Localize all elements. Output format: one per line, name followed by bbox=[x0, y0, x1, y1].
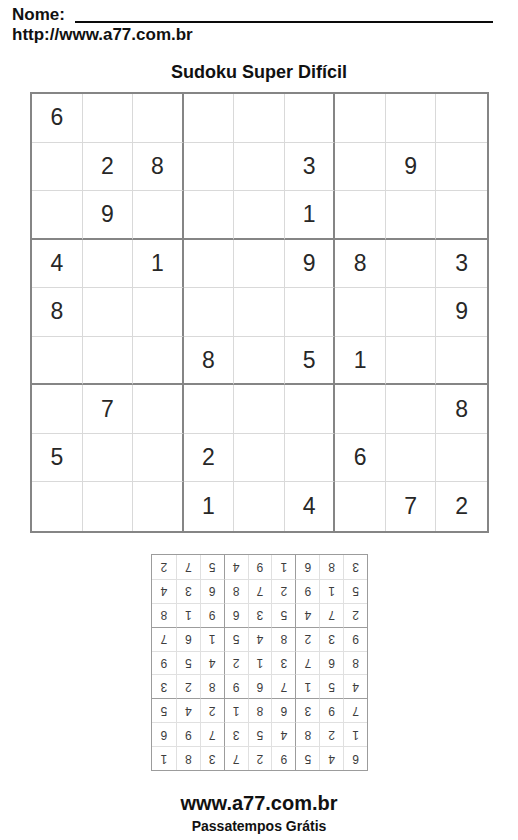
solution-grid-cell-r7c5: 3 bbox=[247, 603, 271, 627]
main-grid-cell-r9c9: 2 bbox=[436, 482, 487, 531]
solution-grid-cell-r1c3: 5 bbox=[295, 746, 319, 770]
main-grid-cell-r5c3 bbox=[133, 288, 184, 337]
solution-grid-cell-r3c5: 8 bbox=[247, 698, 271, 722]
main-grid-cell-r8c3 bbox=[133, 434, 184, 483]
solution-grid-cell-r2c2: 2 bbox=[319, 722, 343, 746]
solution-grid-cell-r8c8: 3 bbox=[175, 579, 199, 603]
solution-grid-cell-r5c7: 4 bbox=[199, 651, 223, 675]
solution-grid-cell-r1c4: 9 bbox=[271, 746, 295, 770]
solution-grid-cell-r9c2: 8 bbox=[319, 555, 343, 579]
solution-grid-cell-r4c6: 9 bbox=[223, 674, 247, 698]
main-grid-cell-r3c8 bbox=[386, 191, 437, 240]
main-grid-cell-r1c2 bbox=[83, 94, 134, 143]
solution-grid-cell-r9c9: 2 bbox=[152, 555, 176, 579]
solution-grid-cell-r4c3: 1 bbox=[295, 674, 319, 698]
main-grid-cell-r5c9: 9 bbox=[436, 288, 487, 337]
main-grid-cell-r8c1: 5 bbox=[32, 434, 83, 483]
solution-grid-cell-r5c5: 1 bbox=[247, 651, 271, 675]
main-grid-cell-r4c3: 1 bbox=[133, 240, 184, 289]
solution-grid-cell-r4c7: 8 bbox=[199, 674, 223, 698]
main-grid-cell-r9c7 bbox=[335, 482, 386, 531]
main-grid-cell-r1c4 bbox=[184, 94, 235, 143]
solution-grid-cell-r6c6: 5 bbox=[223, 627, 247, 651]
solution-grid-cell-r9c5: 9 bbox=[247, 555, 271, 579]
main-grid-cell-r1c5 bbox=[234, 94, 285, 143]
solution-grid-cell-r6c1: 9 bbox=[343, 627, 367, 651]
main-grid-cell-r2c8: 9 bbox=[386, 143, 437, 192]
sudoku-solution-grid-upside-down: 6459273811284537967936812454517698238673… bbox=[151, 554, 368, 771]
main-grid-cell-r7c1 bbox=[32, 385, 83, 434]
main-grid-cell-r9c8: 7 bbox=[386, 482, 437, 531]
main-grid-cell-r7c4 bbox=[184, 385, 235, 434]
main-grid-cell-r9c6: 4 bbox=[285, 482, 336, 531]
solution-grid-cell-r1c2: 4 bbox=[319, 746, 343, 770]
solution-grid-cell-r6c2: 3 bbox=[319, 627, 343, 651]
solution-grid-cell-r3c4: 6 bbox=[271, 698, 295, 722]
main-grid-cell-r5c7 bbox=[335, 288, 386, 337]
main-grid-cell-r3c6: 1 bbox=[285, 191, 336, 240]
solution-grid-cell-r4c5: 6 bbox=[247, 674, 271, 698]
solution-grid-cell-r4c2: 5 bbox=[319, 674, 343, 698]
solution-grid-cell-r5c2: 6 bbox=[319, 651, 343, 675]
main-grid-cell-r7c9: 8 bbox=[436, 385, 487, 434]
main-grid-cell-r7c5 bbox=[234, 385, 285, 434]
main-grid-cell-r6c8 bbox=[386, 337, 437, 386]
solution-grid-cell-r5c1: 8 bbox=[343, 651, 367, 675]
main-grid-cell-r8c5 bbox=[234, 434, 285, 483]
main-grid-cell-r8c4: 2 bbox=[184, 434, 235, 483]
solution-grid-cell-r7c6: 6 bbox=[223, 603, 247, 627]
solution-grid-cell-r8c1: 5 bbox=[343, 579, 367, 603]
solution-grid-cell-r1c1: 6 bbox=[343, 746, 367, 770]
solution-grid-cell-r2c9: 6 bbox=[152, 722, 176, 746]
solution-grid-cell-r6c4: 8 bbox=[271, 627, 295, 651]
main-grid-cell-r1c3 bbox=[133, 94, 184, 143]
printable-sudoku-page: Nome: http://www.a77.com.br Sudoku Super… bbox=[0, 0, 518, 840]
main-grid-cell-r7c8 bbox=[386, 385, 437, 434]
solution-grid-cell-r2c1: 1 bbox=[343, 722, 367, 746]
main-grid-cell-r2c6: 3 bbox=[285, 143, 336, 192]
main-grid-cell-r8c2 bbox=[83, 434, 134, 483]
solution-grid-cell-r4c9: 3 bbox=[152, 674, 176, 698]
main-grid-cell-r4c8 bbox=[386, 240, 437, 289]
solution-grid-cell-r9c1: 3 bbox=[343, 555, 367, 579]
main-grid-cell-r9c5 bbox=[234, 482, 285, 531]
main-grid-cell-r5c1: 8 bbox=[32, 288, 83, 337]
main-grid-cell-r4c2 bbox=[83, 240, 134, 289]
main-grid-cell-r2c5 bbox=[234, 143, 285, 192]
main-grid-cell-r7c7 bbox=[335, 385, 386, 434]
main-grid-cell-r9c4: 1 bbox=[184, 482, 235, 531]
solution-grid-cell-r4c4: 7 bbox=[271, 674, 295, 698]
solution-grid-cell-r7c3: 4 bbox=[295, 603, 319, 627]
solution-grid-cell-r5c6: 2 bbox=[223, 651, 247, 675]
solution-grid-cell-r6c9: 7 bbox=[152, 627, 176, 651]
solution-grid-cell-r3c3: 3 bbox=[295, 698, 319, 722]
solution-grid-cell-r7c4: 5 bbox=[271, 603, 295, 627]
solution-grid-cell-r7c7: 9 bbox=[199, 603, 223, 627]
main-grid-cell-r6c3 bbox=[133, 337, 184, 386]
solution-grid-cell-r2c6: 3 bbox=[223, 722, 247, 746]
main-grid-cell-r2c1 bbox=[32, 143, 83, 192]
main-grid-cell-r1c8 bbox=[386, 94, 437, 143]
solution-grid-cell-r5c8: 5 bbox=[175, 651, 199, 675]
main-grid-cell-r2c2: 2 bbox=[83, 143, 134, 192]
solution-grid-cell-r3c7: 2 bbox=[199, 698, 223, 722]
main-grid-cell-r6c6: 5 bbox=[285, 337, 336, 386]
solution-grid-cell-r5c9: 9 bbox=[152, 651, 176, 675]
solution-grid-cell-r8c6: 8 bbox=[223, 579, 247, 603]
main-grid-cell-r6c9 bbox=[436, 337, 487, 386]
solution-grid-cell-r3c9: 5 bbox=[152, 698, 176, 722]
solution-grid-cell-r3c2: 9 bbox=[319, 698, 343, 722]
main-grid-cell-r5c5 bbox=[234, 288, 285, 337]
name-row: Nome: bbox=[0, 0, 518, 24]
main-grid-cell-r9c3 bbox=[133, 482, 184, 531]
solution-grid-cell-r2c8: 9 bbox=[175, 722, 199, 746]
main-grid-cell-r5c2 bbox=[83, 288, 134, 337]
solution-grid-cell-r1c5: 2 bbox=[247, 746, 271, 770]
main-grid-cell-r4c7: 8 bbox=[335, 240, 386, 289]
main-grid-cell-r4c4 bbox=[184, 240, 235, 289]
main-grid-cell-r4c5 bbox=[234, 240, 285, 289]
main-grid-cell-r5c6 bbox=[285, 288, 336, 337]
solution-grid-cell-r9c7: 5 bbox=[199, 555, 223, 579]
sudoku-puzzle-grid: 62839914198389851785261472 bbox=[30, 92, 489, 533]
main-grid-cell-r3c9 bbox=[436, 191, 487, 240]
solution-grid-cell-r9c4: 1 bbox=[271, 555, 295, 579]
solution-grid-cell-r7c9: 8 bbox=[152, 603, 176, 627]
solution-grid-cell-r9c6: 4 bbox=[223, 555, 247, 579]
solution-grid-cell-r1c7: 3 bbox=[199, 746, 223, 770]
main-grid-cell-r3c2: 9 bbox=[83, 191, 134, 240]
solution-grid-cell-r1c8: 8 bbox=[175, 746, 199, 770]
main-grid-cell-r2c3: 8 bbox=[133, 143, 184, 192]
footer-site: www.a77.com.br bbox=[0, 792, 518, 815]
footer: www.a77.com.br Passatempos Grátis bbox=[0, 792, 518, 834]
main-grid-cell-r6c5 bbox=[234, 337, 285, 386]
main-grid-cell-r4c6: 9 bbox=[285, 240, 336, 289]
main-grid-cell-r3c3 bbox=[133, 191, 184, 240]
solution-grid-cell-r3c6: 1 bbox=[223, 698, 247, 722]
solution-grid-cell-r4c8: 2 bbox=[175, 674, 199, 698]
main-grid-cell-r4c1: 4 bbox=[32, 240, 83, 289]
solution-grid-cell-r1c6: 7 bbox=[223, 746, 247, 770]
main-grid-cell-r6c7: 1 bbox=[335, 337, 386, 386]
main-grid-cell-r6c4: 8 bbox=[184, 337, 235, 386]
solution-grid-cell-r6c7: 1 bbox=[199, 627, 223, 651]
solution-grid-cell-r8c9: 4 bbox=[152, 579, 176, 603]
main-grid-cell-r6c1 bbox=[32, 337, 83, 386]
solution-grid-cell-r9c8: 7 bbox=[175, 555, 199, 579]
name-underline bbox=[75, 21, 493, 23]
solution-grid-cell-r2c5: 5 bbox=[247, 722, 271, 746]
solution-grid-cell-r7c8: 1 bbox=[175, 603, 199, 627]
site-url: http://www.a77.com.br bbox=[0, 25, 518, 45]
solution-grid-cell-r9c3: 6 bbox=[295, 555, 319, 579]
solution-grid-cell-r8c3: 9 bbox=[295, 579, 319, 603]
solution-grid-cell-r6c8: 6 bbox=[175, 627, 199, 651]
solution-grid-cell-r6c3: 2 bbox=[295, 627, 319, 651]
puzzle-title: Sudoku Super Difícil bbox=[0, 62, 518, 83]
main-grid-cell-r4c9: 3 bbox=[436, 240, 487, 289]
main-grid-cell-r9c2 bbox=[83, 482, 134, 531]
main-grid-cell-r7c2: 7 bbox=[83, 385, 134, 434]
solution-grid-cell-r5c3: 7 bbox=[295, 651, 319, 675]
main-grid-cell-r9c1 bbox=[32, 482, 83, 531]
main-grid-cell-r1c6 bbox=[285, 94, 336, 143]
solution-grid-cell-r8c4: 2 bbox=[271, 579, 295, 603]
main-grid-cell-r6c2 bbox=[83, 337, 134, 386]
main-grid-cell-r3c5 bbox=[234, 191, 285, 240]
main-grid-cell-r5c8 bbox=[386, 288, 437, 337]
main-grid-cell-r7c6 bbox=[285, 385, 336, 434]
main-grid-cell-r8c9 bbox=[436, 434, 487, 483]
solution-grid-cell-r8c7: 6 bbox=[199, 579, 223, 603]
main-grid-cell-r8c7: 6 bbox=[335, 434, 386, 483]
solution-grid-cell-r6c5: 4 bbox=[247, 627, 271, 651]
solution-grid-cell-r5c4: 3 bbox=[271, 651, 295, 675]
name-label: Nome: bbox=[12, 5, 65, 24]
footer-tagline: Passatempos Grátis bbox=[0, 818, 518, 834]
main-grid-cell-r7c3 bbox=[133, 385, 184, 434]
solution-grid-cell-r2c4: 4 bbox=[271, 722, 295, 746]
main-grid-cell-r5c4 bbox=[184, 288, 235, 337]
main-grid-cell-r1c1: 6 bbox=[32, 94, 83, 143]
solution-grid-cell-r1c9: 1 bbox=[152, 746, 176, 770]
main-grid-cell-r2c9 bbox=[436, 143, 487, 192]
solution-grid-cell-r7c1: 2 bbox=[343, 603, 367, 627]
main-grid-cell-r8c6 bbox=[285, 434, 336, 483]
main-grid-cell-r3c7 bbox=[335, 191, 386, 240]
solution-grid-cell-r3c8: 4 bbox=[175, 698, 199, 722]
main-grid-cell-r1c7 bbox=[335, 94, 386, 143]
solution-grid-cell-r8c5: 7 bbox=[247, 579, 271, 603]
main-grid-cell-r2c7 bbox=[335, 143, 386, 192]
main-grid-cell-r8c8 bbox=[386, 434, 437, 483]
solution-grid-cell-r2c3: 8 bbox=[295, 722, 319, 746]
main-grid-cell-r3c1 bbox=[32, 191, 83, 240]
main-grid-cell-r2c4 bbox=[184, 143, 235, 192]
solution-grid-cell-r7c2: 7 bbox=[319, 603, 343, 627]
solution-grid-cell-r3c1: 7 bbox=[343, 698, 367, 722]
solution-grid-cell-r2c7: 7 bbox=[199, 722, 223, 746]
main-grid-cell-r1c9 bbox=[436, 94, 487, 143]
solution-grid-cell-r4c1: 4 bbox=[343, 674, 367, 698]
solution-grid-cell-r8c2: 1 bbox=[319, 579, 343, 603]
main-grid-cell-r3c4 bbox=[184, 191, 235, 240]
